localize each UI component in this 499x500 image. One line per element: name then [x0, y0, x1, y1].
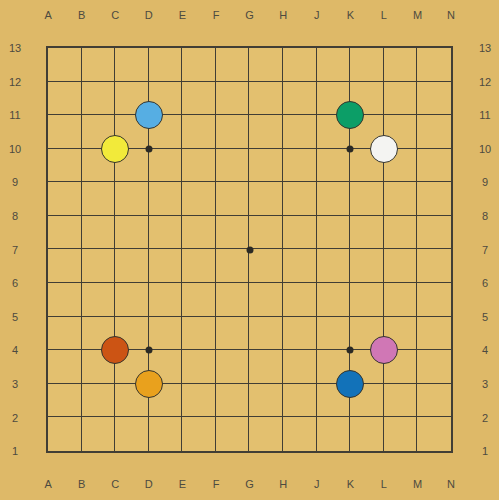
intersection-C12[interactable]: [98, 65, 132, 99]
intersection-N2[interactable]: [434, 401, 468, 435]
intersection-K9[interactable]: [333, 166, 367, 200]
intersection-N12[interactable]: [434, 65, 468, 99]
intersection-E11[interactable]: [166, 98, 200, 132]
intersection-M1[interactable]: [401, 434, 435, 468]
coordinate-label-A: A: [31, 478, 65, 490]
intersection-B10[interactable]: [65, 132, 99, 166]
coordinate-label-11: 11: [471, 109, 499, 121]
intersection-L8[interactable]: [367, 199, 401, 233]
intersection-J1[interactable]: [300, 434, 334, 468]
intersection-L2[interactable]: [367, 401, 401, 435]
coordinate-label-8: 8: [471, 210, 499, 222]
stone-amber-orange-D3[interactable]: [135, 370, 163, 398]
intersection-F6[interactable]: [199, 266, 233, 300]
intersection-B2[interactable]: [65, 401, 99, 435]
go-board: [48, 48, 451, 451]
coordinate-label-D: D: [132, 478, 166, 490]
intersection-L1[interactable]: [367, 434, 401, 468]
coordinate-label-13: 13: [471, 42, 499, 54]
coordinate-label-10: 10: [471, 143, 499, 155]
stone-blue-K3[interactable]: [336, 370, 364, 398]
coordinate-label-2: 2: [1, 412, 29, 424]
intersection-F10[interactable]: [199, 132, 233, 166]
coordinate-label-12: 12: [1, 76, 29, 88]
intersection-N3[interactable]: [434, 367, 468, 401]
coordinate-label-1: 1: [471, 445, 499, 457]
intersection-G11[interactable]: [233, 98, 267, 132]
intersection-M9[interactable]: [401, 166, 435, 200]
coordinate-label-E: E: [166, 478, 200, 490]
stone-green-K11[interactable]: [336, 101, 364, 129]
intersection-J9[interactable]: [300, 166, 334, 200]
intersection-D7[interactable]: [132, 233, 166, 267]
intersection-A6[interactable]: [31, 266, 65, 300]
intersection-K6[interactable]: [333, 266, 367, 300]
intersection-H8[interactable]: [266, 199, 300, 233]
intersection-F13[interactable]: [199, 31, 233, 65]
intersection-M5[interactable]: [401, 300, 435, 334]
coordinate-label-12: 12: [471, 76, 499, 88]
intersection-E9[interactable]: [166, 166, 200, 200]
intersection-G12[interactable]: [233, 65, 267, 99]
intersection-M4[interactable]: [401, 333, 435, 367]
intersection-D6[interactable]: [132, 266, 166, 300]
intersection-F1[interactable]: [199, 434, 233, 468]
intersection-C1[interactable]: [98, 434, 132, 468]
intersection-D10[interactable]: [132, 132, 166, 166]
intersection-E13[interactable]: [166, 31, 200, 65]
intersection-H5[interactable]: [266, 300, 300, 334]
intersection-H6[interactable]: [266, 266, 300, 300]
coordinate-label-G: G: [233, 9, 267, 21]
coordinate-label-C: C: [98, 478, 132, 490]
intersection-E7[interactable]: [166, 233, 200, 267]
intersection-M3[interactable]: [401, 367, 435, 401]
intersection-L11[interactable]: [367, 98, 401, 132]
intersection-J13[interactable]: [300, 31, 334, 65]
intersection-C3[interactable]: [98, 367, 132, 401]
intersection-M12[interactable]: [401, 65, 435, 99]
intersection-A8[interactable]: [31, 199, 65, 233]
row-labels-right: 13121110987654321: [471, 31, 499, 468]
stone-red-orange-C4[interactable]: [101, 336, 129, 364]
intersection-H1[interactable]: [266, 434, 300, 468]
intersection-J6[interactable]: [300, 266, 334, 300]
intersection-A1[interactable]: [31, 434, 65, 468]
coordinate-label-H: H: [266, 478, 300, 490]
intersection-M13[interactable]: [401, 31, 435, 65]
intersection-L5[interactable]: [367, 300, 401, 334]
intersection-J7[interactable]: [300, 233, 334, 267]
intersection-A5[interactable]: [31, 300, 65, 334]
intersection-D5[interactable]: [132, 300, 166, 334]
coordinate-label-3: 3: [471, 378, 499, 390]
intersection-J10[interactable]: [300, 132, 334, 166]
intersection-B3[interactable]: [65, 367, 99, 401]
intersection-L7[interactable]: [367, 233, 401, 267]
intersection-E3[interactable]: [166, 367, 200, 401]
intersection-H11[interactable]: [266, 98, 300, 132]
intersection-B13[interactable]: [65, 31, 99, 65]
intersection-G2[interactable]: [233, 401, 267, 435]
coordinate-label-J: J: [300, 478, 334, 490]
intersection-B11[interactable]: [65, 98, 99, 132]
intersection-G7[interactable]: [233, 233, 267, 267]
intersection-N11[interactable]: [434, 98, 468, 132]
intersection-M8[interactable]: [401, 199, 435, 233]
intersection-K5[interactable]: [333, 300, 367, 334]
coordinate-label-B: B: [65, 9, 99, 21]
coordinate-label-E: E: [166, 9, 200, 21]
intersection-D9[interactable]: [132, 166, 166, 200]
intersection-E12[interactable]: [166, 65, 200, 99]
stone-white-L10[interactable]: [370, 135, 398, 163]
coordinate-label-10: 10: [1, 143, 29, 155]
intersection-C8[interactable]: [98, 199, 132, 233]
intersection-L13[interactable]: [367, 31, 401, 65]
intersection-H9[interactable]: [266, 166, 300, 200]
intersection-C13[interactable]: [98, 31, 132, 65]
intersection-J12[interactable]: [300, 65, 334, 99]
intersection-G13[interactable]: [233, 31, 267, 65]
intersection-N6[interactable]: [434, 266, 468, 300]
intersection-K13[interactable]: [333, 31, 367, 65]
intersection-J8[interactable]: [300, 199, 334, 233]
intersection-L9[interactable]: [367, 166, 401, 200]
intersection-B6[interactable]: [65, 266, 99, 300]
intersection-F8[interactable]: [199, 199, 233, 233]
coordinate-label-9: 9: [471, 176, 499, 188]
coordinate-label-N: N: [434, 478, 468, 490]
intersection-J3[interactable]: [300, 367, 334, 401]
intersection-M10[interactable]: [401, 132, 435, 166]
intersection-B8[interactable]: [65, 199, 99, 233]
coordinate-label-1: 1: [1, 445, 29, 457]
coordinate-label-N: N: [434, 9, 468, 21]
intersection-C6[interactable]: [98, 266, 132, 300]
coordinate-label-M: M: [401, 9, 435, 21]
coordinate-label-4: 4: [471, 344, 499, 356]
intersection-F2[interactable]: [199, 401, 233, 435]
intersection-N13[interactable]: [434, 31, 468, 65]
coordinate-label-6: 6: [1, 277, 29, 289]
intersection-G5[interactable]: [233, 300, 267, 334]
coordinate-label-5: 5: [1, 311, 29, 323]
intersection-N8[interactable]: [434, 199, 468, 233]
intersection-F3[interactable]: [199, 367, 233, 401]
intersection-K2[interactable]: [333, 401, 367, 435]
intersection-M11[interactable]: [401, 98, 435, 132]
intersection-G10[interactable]: [233, 132, 267, 166]
coordinate-label-7: 7: [1, 244, 29, 256]
intersection-A11[interactable]: [31, 98, 65, 132]
intersection-N1[interactable]: [434, 434, 468, 468]
coordinate-label-8: 8: [1, 210, 29, 222]
go-board-app: ABCDEFGHJKLMN ABCDEFGHJKLMN 131211109876…: [0, 0, 499, 500]
intersection-E8[interactable]: [166, 199, 200, 233]
intersection-A7[interactable]: [31, 233, 65, 267]
intersection-A2[interactable]: [31, 401, 65, 435]
intersection-M6[interactable]: [401, 266, 435, 300]
intersection-F12[interactable]: [199, 65, 233, 99]
intersection-D4[interactable]: [132, 333, 166, 367]
intersection-B7[interactable]: [65, 233, 99, 267]
coordinate-label-3: 3: [1, 378, 29, 390]
coordinate-label-K: K: [334, 9, 368, 21]
intersection-A13[interactable]: [31, 31, 65, 65]
coordinate-label-L: L: [367, 478, 401, 490]
intersection-L6[interactable]: [367, 266, 401, 300]
intersection-J11[interactable]: [300, 98, 334, 132]
coordinate-label-9: 9: [1, 176, 29, 188]
intersection-K1[interactable]: [333, 434, 367, 468]
coordinate-label-G: G: [233, 478, 267, 490]
intersection-F5[interactable]: [199, 300, 233, 334]
intersection-H10[interactable]: [266, 132, 300, 166]
row-labels-left: 13121110987654321: [1, 31, 29, 468]
intersection-H3[interactable]: [266, 367, 300, 401]
intersection-K12[interactable]: [333, 65, 367, 99]
coordinate-label-F: F: [199, 9, 233, 21]
intersection-J2[interactable]: [300, 401, 334, 435]
coordinate-label-2: 2: [471, 412, 499, 424]
intersection-F7[interactable]: [199, 233, 233, 267]
intersection-M7[interactable]: [401, 233, 435, 267]
coordinate-label-11: 11: [1, 109, 29, 121]
intersection-G4[interactable]: [233, 333, 267, 367]
intersection-J4[interactable]: [300, 333, 334, 367]
intersection-G6[interactable]: [233, 266, 267, 300]
intersection-K8[interactable]: [333, 199, 367, 233]
coordinate-label-M: M: [401, 478, 435, 490]
intersection-K10[interactable]: [333, 132, 367, 166]
intersection-N7[interactable]: [434, 233, 468, 267]
intersection-B9[interactable]: [65, 166, 99, 200]
intersection-H12[interactable]: [266, 65, 300, 99]
intersection-D1[interactable]: [132, 434, 166, 468]
intersection-N5[interactable]: [434, 300, 468, 334]
intersection-H2[interactable]: [266, 401, 300, 435]
intersection-F11[interactable]: [199, 98, 233, 132]
intersection-N4[interactable]: [434, 333, 468, 367]
intersection-A12[interactable]: [31, 65, 65, 99]
intersection-E10[interactable]: [166, 132, 200, 166]
coordinate-label-F: F: [199, 478, 233, 490]
stone-sky-blue-D11[interactable]: [135, 101, 163, 129]
coordinate-label-H: H: [266, 9, 300, 21]
coordinate-label-L: L: [367, 9, 401, 21]
intersection-E2[interactable]: [166, 401, 200, 435]
intersection-G9[interactable]: [233, 166, 267, 200]
intersection-H13[interactable]: [266, 31, 300, 65]
intersection-H7[interactable]: [266, 233, 300, 267]
intersection-C9[interactable]: [98, 166, 132, 200]
coordinate-label-J: J: [300, 9, 334, 21]
intersection-E1[interactable]: [166, 434, 200, 468]
intersection-L3[interactable]: [367, 367, 401, 401]
intersection-M2[interactable]: [401, 401, 435, 435]
intersection-A3[interactable]: [31, 367, 65, 401]
coordinate-label-C: C: [98, 9, 132, 21]
intersection-B12[interactable]: [65, 65, 99, 99]
intersection-N10[interactable]: [434, 132, 468, 166]
coordinate-label-B: B: [65, 478, 99, 490]
intersection-grid: [31, 31, 468, 468]
coordinate-label-4: 4: [1, 344, 29, 356]
intersection-G8[interactable]: [233, 199, 267, 233]
intersection-C7[interactable]: [98, 233, 132, 267]
coordinate-label-13: 13: [1, 42, 29, 54]
column-labels-top: ABCDEFGHJKLMN: [31, 1, 468, 28]
coordinate-label-7: 7: [471, 244, 499, 256]
intersection-B5[interactable]: [65, 300, 99, 334]
intersection-F4[interactable]: [199, 333, 233, 367]
intersection-A4[interactable]: [31, 333, 65, 367]
intersection-B4[interactable]: [65, 333, 99, 367]
intersection-D12[interactable]: [132, 65, 166, 99]
stone-pink-L4[interactable]: [370, 336, 398, 364]
intersection-D8[interactable]: [132, 199, 166, 233]
intersection-K7[interactable]: [333, 233, 367, 267]
coordinate-label-D: D: [132, 9, 166, 21]
intersection-C5[interactable]: [98, 300, 132, 334]
coordinate-label-A: A: [31, 9, 65, 21]
column-labels-bottom: ABCDEFGHJKLMN: [31, 470, 468, 497]
coordinate-label-K: K: [334, 478, 368, 490]
stone-yellow-C10[interactable]: [101, 135, 129, 163]
intersection-D13[interactable]: [132, 31, 166, 65]
intersection-B1[interactable]: [65, 434, 99, 468]
intersection-H4[interactable]: [266, 333, 300, 367]
coordinate-label-6: 6: [471, 277, 499, 289]
intersection-A10[interactable]: [31, 132, 65, 166]
intersection-N9[interactable]: [434, 166, 468, 200]
coordinate-label-5: 5: [471, 311, 499, 323]
intersection-E6[interactable]: [166, 266, 200, 300]
intersection-A9[interactable]: [31, 166, 65, 200]
intersection-F9[interactable]: [199, 166, 233, 200]
intersection-K4[interactable]: [333, 333, 367, 367]
intersection-D2[interactable]: [132, 401, 166, 435]
intersection-J5[interactable]: [300, 300, 334, 334]
intersection-E4[interactable]: [166, 333, 200, 367]
intersection-E5[interactable]: [166, 300, 200, 334]
intersection-G3[interactable]: [233, 367, 267, 401]
intersection-L12[interactable]: [367, 65, 401, 99]
intersection-C2[interactable]: [98, 401, 132, 435]
intersection-C11[interactable]: [98, 98, 132, 132]
intersection-G1[interactable]: [233, 434, 267, 468]
